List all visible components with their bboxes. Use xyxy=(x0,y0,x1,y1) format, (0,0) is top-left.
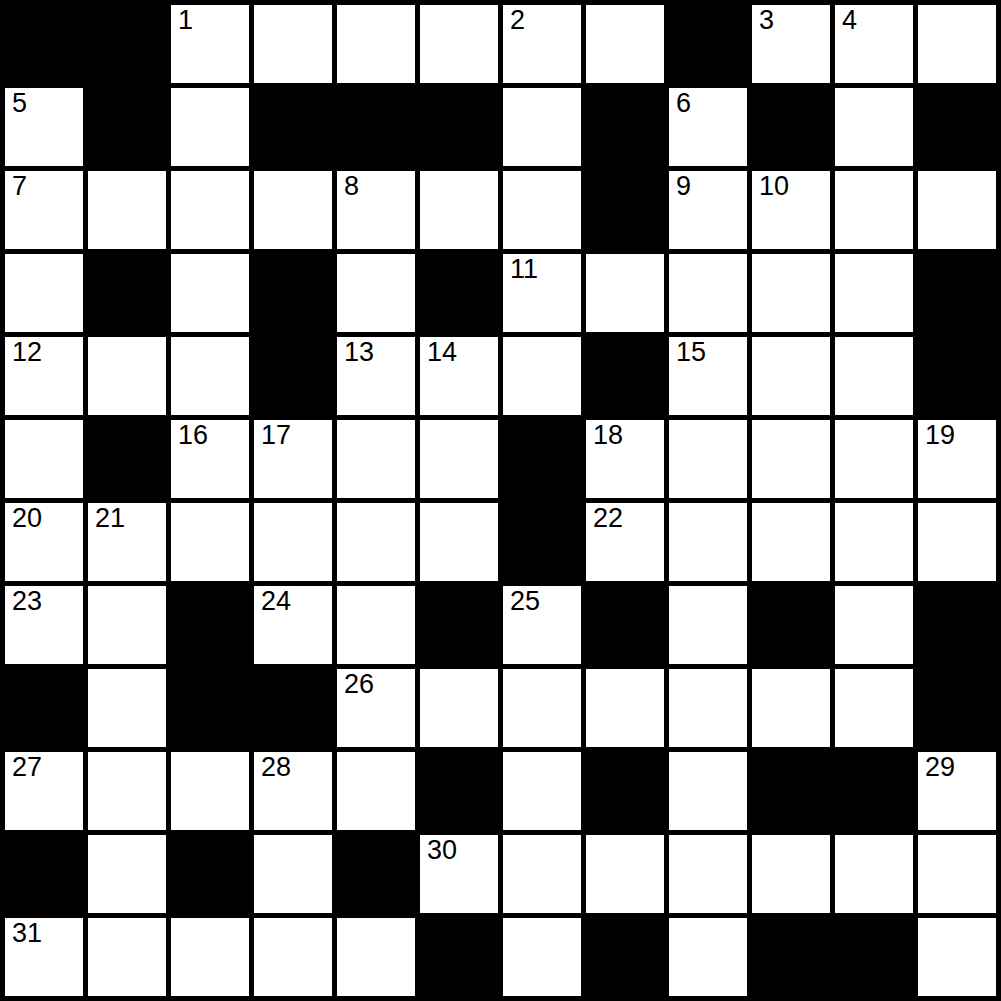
clue-number-17: 17 xyxy=(261,421,291,451)
clue-number-29: 29 xyxy=(925,753,955,783)
crossword-grid: 1234567891011121314151617181920212223242… xyxy=(0,0,1001,1001)
white-cell-r5c9[interactable] xyxy=(752,420,830,498)
clue-number-21: 21 xyxy=(95,504,125,534)
white-cell-r3c7[interactable] xyxy=(586,254,664,332)
clue-number-10: 10 xyxy=(759,172,789,202)
black-cell-r9c10 xyxy=(835,752,913,830)
white-cell-r4c1[interactable] xyxy=(88,337,166,415)
white-cell-r10c5[interactable]: 30 xyxy=(420,835,498,913)
white-cell-r9c3[interactable]: 28 xyxy=(254,752,332,830)
black-cell-r9c5 xyxy=(420,752,498,830)
black-cell-r4c7 xyxy=(586,337,664,415)
white-cell-r8c5[interactable] xyxy=(420,669,498,747)
white-cell-r10c11[interactable] xyxy=(918,835,996,913)
clue-number-12: 12 xyxy=(12,338,42,368)
black-cell-r0c1 xyxy=(88,5,166,83)
white-cell-r11c11[interactable] xyxy=(918,918,996,996)
white-cell-r0c4[interactable] xyxy=(337,5,415,83)
white-cell-r6c4[interactable] xyxy=(337,503,415,581)
white-cell-r4c5[interactable]: 14 xyxy=(420,337,498,415)
white-cell-r8c4[interactable]: 26 xyxy=(337,669,415,747)
white-cell-r2c5[interactable] xyxy=(420,171,498,249)
white-cell-r2c0[interactable]: 7 xyxy=(5,171,83,249)
white-cell-r1c10[interactable] xyxy=(835,88,913,166)
black-cell-r10c2 xyxy=(171,835,249,913)
white-cell-r10c8[interactable] xyxy=(669,835,747,913)
white-cell-r7c0[interactable]: 23 xyxy=(5,586,83,664)
black-cell-r4c11 xyxy=(918,337,996,415)
clue-number-27: 27 xyxy=(12,753,42,783)
white-cell-r0c10[interactable]: 4 xyxy=(835,5,913,83)
white-cell-r10c9[interactable] xyxy=(752,835,830,913)
white-cell-r9c11[interactable]: 29 xyxy=(918,752,996,830)
clue-number-20: 20 xyxy=(12,504,42,534)
white-cell-r4c9[interactable] xyxy=(752,337,830,415)
clue-number-22: 22 xyxy=(593,504,623,534)
white-cell-r7c4[interactable] xyxy=(337,586,415,664)
white-cell-r2c4[interactable]: 8 xyxy=(337,171,415,249)
white-cell-r0c11[interactable] xyxy=(918,5,996,83)
black-cell-r11c7 xyxy=(586,918,664,996)
black-cell-r1c11 xyxy=(918,88,996,166)
black-cell-r9c7 xyxy=(586,752,664,830)
black-cell-r1c4 xyxy=(337,88,415,166)
black-cell-r1c3 xyxy=(254,88,332,166)
white-cell-r8c1[interactable] xyxy=(88,669,166,747)
white-cell-r3c2[interactable] xyxy=(171,254,249,332)
white-cell-r2c11[interactable] xyxy=(918,171,996,249)
clue-number-25: 25 xyxy=(510,587,540,617)
white-cell-r6c8[interactable] xyxy=(669,503,747,581)
clue-number-8: 8 xyxy=(344,172,359,202)
white-cell-r4c8[interactable]: 15 xyxy=(669,337,747,415)
black-cell-r1c1 xyxy=(88,88,166,166)
black-cell-r11c10 xyxy=(835,918,913,996)
white-cell-r11c0[interactable]: 31 xyxy=(5,918,83,996)
black-cell-r7c7 xyxy=(586,586,664,664)
white-cell-r11c8[interactable] xyxy=(669,918,747,996)
white-cell-r6c7[interactable]: 22 xyxy=(586,503,664,581)
white-cell-r9c4[interactable] xyxy=(337,752,415,830)
black-cell-r0c8 xyxy=(669,5,747,83)
black-cell-r1c5 xyxy=(420,88,498,166)
white-cell-r4c2[interactable] xyxy=(171,337,249,415)
white-cell-r5c5[interactable] xyxy=(420,420,498,498)
white-cell-r10c10[interactable] xyxy=(835,835,913,913)
white-cell-r1c0[interactable]: 5 xyxy=(5,88,83,166)
white-cell-r11c4[interactable] xyxy=(337,918,415,996)
white-cell-r3c10[interactable] xyxy=(835,254,913,332)
white-cell-r3c8[interactable] xyxy=(669,254,747,332)
clue-number-6: 6 xyxy=(676,89,691,119)
black-cell-r5c1 xyxy=(88,420,166,498)
black-cell-r11c5 xyxy=(420,918,498,996)
white-cell-r8c10[interactable] xyxy=(835,669,913,747)
black-cell-r3c11 xyxy=(918,254,996,332)
clue-number-7: 7 xyxy=(12,172,27,202)
white-cell-r7c6[interactable]: 25 xyxy=(503,586,581,664)
white-cell-r4c4[interactable]: 13 xyxy=(337,337,415,415)
white-cell-r6c0[interactable]: 20 xyxy=(5,503,83,581)
black-cell-r5c6 xyxy=(503,420,581,498)
white-cell-r3c6[interactable]: 11 xyxy=(503,254,581,332)
clue-number-3: 3 xyxy=(759,6,774,36)
white-cell-r5c11[interactable]: 19 xyxy=(918,420,996,498)
white-cell-r9c6[interactable] xyxy=(503,752,581,830)
white-cell-r0c2[interactable]: 1 xyxy=(171,5,249,83)
white-cell-r0c7[interactable] xyxy=(586,5,664,83)
clue-number-5: 5 xyxy=(12,89,27,119)
black-cell-r8c2 xyxy=(171,669,249,747)
black-cell-r10c4 xyxy=(337,835,415,913)
white-cell-r2c1[interactable] xyxy=(88,171,166,249)
white-cell-r2c9[interactable]: 10 xyxy=(752,171,830,249)
clue-number-31: 31 xyxy=(12,919,42,949)
white-cell-r8c6[interactable] xyxy=(503,669,581,747)
black-cell-r3c1 xyxy=(88,254,166,332)
black-cell-r7c2 xyxy=(171,586,249,664)
white-cell-r2c6[interactable] xyxy=(503,171,581,249)
white-cell-r10c3[interactable] xyxy=(254,835,332,913)
black-cell-r8c3 xyxy=(254,669,332,747)
black-cell-r1c9 xyxy=(752,88,830,166)
white-cell-r7c10[interactable] xyxy=(835,586,913,664)
white-cell-r5c10[interactable] xyxy=(835,420,913,498)
clue-number-24: 24 xyxy=(261,587,291,617)
white-cell-r11c1[interactable] xyxy=(88,918,166,996)
black-cell-r7c9 xyxy=(752,586,830,664)
white-cell-r8c7[interactable] xyxy=(586,669,664,747)
white-cell-r2c2[interactable] xyxy=(171,171,249,249)
white-cell-r1c8[interactable]: 6 xyxy=(669,88,747,166)
white-cell-r3c9[interactable] xyxy=(752,254,830,332)
white-cell-r0c9[interactable]: 3 xyxy=(752,5,830,83)
black-cell-r9c9 xyxy=(752,752,830,830)
black-cell-r0c0 xyxy=(5,5,83,83)
white-cell-r7c3[interactable]: 24 xyxy=(254,586,332,664)
white-cell-r0c6[interactable]: 2 xyxy=(503,5,581,83)
white-cell-r10c7[interactable] xyxy=(586,835,664,913)
black-cell-r7c11 xyxy=(918,586,996,664)
white-cell-r4c6[interactable] xyxy=(503,337,581,415)
black-cell-r11c9 xyxy=(752,918,830,996)
clue-number-26: 26 xyxy=(344,670,374,700)
white-cell-r5c4[interactable] xyxy=(337,420,415,498)
white-cell-r11c3[interactable] xyxy=(254,918,332,996)
white-cell-r9c0[interactable]: 27 xyxy=(5,752,83,830)
clue-number-19: 19 xyxy=(925,421,955,451)
clue-number-30: 30 xyxy=(427,836,457,866)
white-cell-r5c3[interactable]: 17 xyxy=(254,420,332,498)
white-cell-r11c2[interactable] xyxy=(171,918,249,996)
white-cell-r5c7[interactable]: 18 xyxy=(586,420,664,498)
white-cell-r10c6[interactable] xyxy=(503,835,581,913)
white-cell-r3c4[interactable] xyxy=(337,254,415,332)
white-cell-r1c2[interactable] xyxy=(171,88,249,166)
black-cell-r3c5 xyxy=(420,254,498,332)
white-cell-r3c0[interactable] xyxy=(5,254,83,332)
white-cell-r6c10[interactable] xyxy=(835,503,913,581)
white-cell-r2c10[interactable] xyxy=(835,171,913,249)
white-cell-r9c1[interactable] xyxy=(88,752,166,830)
clue-number-16: 16 xyxy=(178,421,208,451)
black-cell-r1c7 xyxy=(586,88,664,166)
white-cell-r6c9[interactable] xyxy=(752,503,830,581)
clue-number-1: 1 xyxy=(178,6,193,36)
white-cell-r10c1[interactable] xyxy=(88,835,166,913)
white-cell-r11c6[interactable] xyxy=(503,918,581,996)
black-cell-r6c6 xyxy=(503,503,581,581)
white-cell-r6c2[interactable] xyxy=(171,503,249,581)
white-cell-r6c3[interactable] xyxy=(254,503,332,581)
black-cell-r3c3 xyxy=(254,254,332,332)
clue-number-2: 2 xyxy=(510,6,525,36)
white-cell-r8c8[interactable] xyxy=(669,669,747,747)
white-cell-r5c2[interactable]: 16 xyxy=(171,420,249,498)
white-cell-r6c11[interactable] xyxy=(918,503,996,581)
white-cell-r7c1[interactable] xyxy=(88,586,166,664)
clue-number-15: 15 xyxy=(676,338,706,368)
black-cell-r4c3 xyxy=(254,337,332,415)
clue-number-14: 14 xyxy=(427,338,457,368)
clue-number-23: 23 xyxy=(12,587,42,617)
clue-number-11: 11 xyxy=(510,255,538,285)
clue-number-13: 13 xyxy=(344,338,374,368)
clue-number-18: 18 xyxy=(593,421,623,451)
white-cell-r0c3[interactable] xyxy=(254,5,332,83)
black-cell-r7c5 xyxy=(420,586,498,664)
white-cell-r5c8[interactable] xyxy=(669,420,747,498)
black-cell-r8c11 xyxy=(918,669,996,747)
white-cell-r9c8[interactable] xyxy=(669,752,747,830)
white-cell-r0c5[interactable] xyxy=(420,5,498,83)
white-cell-r6c1[interactable]: 21 xyxy=(88,503,166,581)
black-cell-r10c0 xyxy=(5,835,83,913)
clue-number-4: 4 xyxy=(842,6,857,36)
white-cell-r9c2[interactable] xyxy=(171,752,249,830)
black-cell-r2c7 xyxy=(586,171,664,249)
clue-number-9: 9 xyxy=(676,172,691,202)
white-cell-r8c9[interactable] xyxy=(752,669,830,747)
white-cell-r4c10[interactable] xyxy=(835,337,913,415)
white-cell-r1c6[interactable] xyxy=(503,88,581,166)
black-cell-r8c0 xyxy=(5,669,83,747)
white-cell-r2c8[interactable]: 9 xyxy=(669,171,747,249)
white-cell-r2c3[interactable] xyxy=(254,171,332,249)
clue-number-28: 28 xyxy=(261,753,291,783)
white-cell-r4c0[interactable]: 12 xyxy=(5,337,83,415)
white-cell-r7c8[interactable] xyxy=(669,586,747,664)
white-cell-r6c5[interactable] xyxy=(420,503,498,581)
white-cell-r5c0[interactable] xyxy=(5,420,83,498)
